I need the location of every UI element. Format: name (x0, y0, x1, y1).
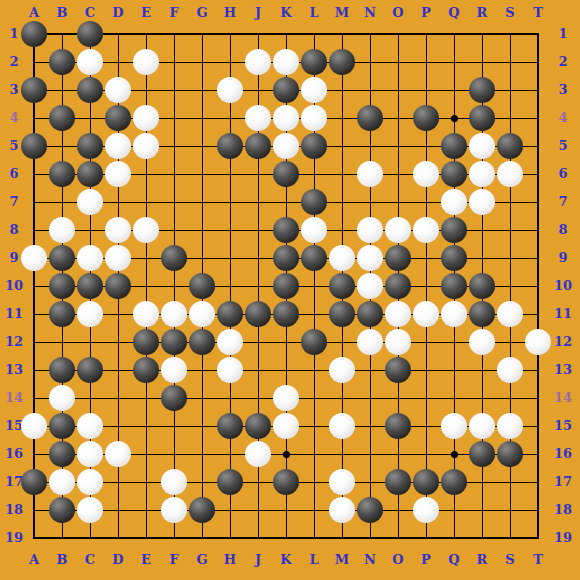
col-label-top-E: E (132, 4, 160, 22)
stone-white-N10 (357, 273, 383, 299)
stone-white-P18 (413, 497, 439, 523)
row-label-right-16: 16 (549, 445, 577, 463)
stone-black-K17 (273, 469, 299, 495)
col-label-top-G: G (188, 4, 216, 22)
stone-white-O8 (385, 217, 411, 243)
col-label-bottom-H: H (216, 551, 244, 569)
star-point-Q4 (451, 115, 458, 122)
stone-black-M2 (329, 49, 355, 75)
stone-black-B9 (49, 245, 75, 271)
stone-white-M13 (329, 357, 355, 383)
col-label-bottom-R: R (468, 551, 496, 569)
col-label-top-N: N (356, 4, 384, 22)
col-label-bottom-D: D (104, 551, 132, 569)
grid-hline (33, 537, 539, 539)
stone-white-S15 (497, 413, 523, 439)
row-label-right-12: 12 (549, 333, 577, 351)
stone-black-L12 (301, 329, 327, 355)
stone-black-Q9 (441, 245, 467, 271)
stone-white-S13 (497, 357, 523, 383)
stone-black-H17 (217, 469, 243, 495)
star-point-Q16 (451, 451, 458, 458)
stone-black-O9 (385, 245, 411, 271)
row-label-left-16: 16 (0, 445, 28, 463)
stone-white-F18 (161, 497, 187, 523)
grid-hline (33, 510, 539, 511)
stone-black-L9 (301, 245, 327, 271)
stone-white-F17 (161, 469, 187, 495)
row-label-right-17: 17 (549, 473, 577, 491)
col-label-top-B: B (48, 4, 76, 22)
stone-white-H12 (217, 329, 243, 355)
stone-white-B17 (49, 469, 75, 495)
stone-black-H11 (217, 301, 243, 327)
stone-black-J5 (245, 133, 271, 159)
stone-white-E8 (133, 217, 159, 243)
row-label-right-9: 9 (549, 249, 577, 267)
stone-white-A9 (21, 245, 47, 271)
stone-black-B16 (49, 441, 75, 467)
stone-white-O11 (385, 301, 411, 327)
stone-white-Q15 (441, 413, 467, 439)
stone-white-R6 (469, 161, 495, 187)
col-label-top-Q: Q (440, 4, 468, 22)
row-label-left-8: 8 (0, 221, 28, 239)
stone-black-C13 (77, 357, 103, 383)
col-label-top-A: A (20, 4, 48, 22)
stone-white-B14 (49, 385, 75, 411)
stone-white-D3 (105, 77, 131, 103)
stone-white-P11 (413, 301, 439, 327)
stone-black-F9 (161, 245, 187, 271)
stone-white-M18 (329, 497, 355, 523)
stone-white-E4 (133, 105, 159, 131)
row-label-left-13: 13 (0, 361, 28, 379)
stone-white-E2 (133, 49, 159, 75)
star-point-K16 (283, 451, 290, 458)
stone-white-M17 (329, 469, 355, 495)
stone-black-M11 (329, 301, 355, 327)
col-label-top-L: L (300, 4, 328, 22)
stone-black-C3 (77, 77, 103, 103)
stone-white-B8 (49, 217, 75, 243)
stone-white-H3 (217, 77, 243, 103)
row-label-left-10: 10 (0, 277, 28, 295)
col-label-bottom-S: S (496, 551, 524, 569)
stone-white-D6 (105, 161, 131, 187)
stone-white-K5 (273, 133, 299, 159)
stone-black-B2 (49, 49, 75, 75)
col-label-bottom-N: N (356, 551, 384, 569)
stone-black-B15 (49, 413, 75, 439)
col-label-bottom-Q: Q (440, 551, 468, 569)
stone-black-B11 (49, 301, 75, 327)
col-label-bottom-T: T (524, 551, 552, 569)
row-label-left-7: 7 (0, 193, 28, 211)
stone-black-Q6 (441, 161, 467, 187)
col-label-top-S: S (496, 4, 524, 22)
col-label-top-J: J (244, 4, 272, 22)
row-label-right-19: 19 (549, 529, 577, 547)
stone-black-N4 (357, 105, 383, 131)
row-label-right-6: 6 (549, 165, 577, 183)
stone-black-O10 (385, 273, 411, 299)
stone-white-G11 (189, 301, 215, 327)
stone-white-L3 (301, 77, 327, 103)
stone-black-P4 (413, 105, 439, 131)
row-label-right-10: 10 (549, 277, 577, 295)
stone-white-F11 (161, 301, 187, 327)
stone-black-L7 (301, 189, 327, 215)
stone-white-A15 (21, 413, 47, 439)
stone-white-C17 (77, 469, 103, 495)
row-label-right-8: 8 (549, 221, 577, 239)
stone-black-B4 (49, 105, 75, 131)
stone-black-O15 (385, 413, 411, 439)
stone-white-Q7 (441, 189, 467, 215)
row-label-right-2: 2 (549, 53, 577, 71)
stone-white-P8 (413, 217, 439, 243)
stone-black-K8 (273, 217, 299, 243)
stone-black-R10 (469, 273, 495, 299)
stone-black-R4 (469, 105, 495, 131)
stone-black-R16 (469, 441, 495, 467)
stone-black-K6 (273, 161, 299, 187)
stone-black-G12 (189, 329, 215, 355)
col-label-bottom-L: L (300, 551, 328, 569)
col-label-bottom-C: C (76, 551, 104, 569)
stone-white-O12 (385, 329, 411, 355)
stone-white-N8 (357, 217, 383, 243)
stone-white-L8 (301, 217, 327, 243)
stone-white-C9 (77, 245, 103, 271)
col-label-top-O: O (384, 4, 412, 22)
stone-black-B13 (49, 357, 75, 383)
row-label-right-5: 5 (549, 137, 577, 155)
stone-black-O13 (385, 357, 411, 383)
stone-black-L2 (301, 49, 327, 75)
stone-white-N12 (357, 329, 383, 355)
stone-white-R12 (469, 329, 495, 355)
stone-white-D16 (105, 441, 131, 467)
row-label-right-15: 15 (549, 417, 577, 435)
stone-black-A3 (21, 77, 47, 103)
stone-white-K2 (273, 49, 299, 75)
stone-black-E13 (133, 357, 159, 383)
stone-white-R5 (469, 133, 495, 159)
stone-black-B6 (49, 161, 75, 187)
stone-white-R7 (469, 189, 495, 215)
stone-black-A5 (21, 133, 47, 159)
stone-black-K10 (273, 273, 299, 299)
col-label-bottom-E: E (132, 551, 160, 569)
col-label-top-H: H (216, 4, 244, 22)
stone-black-S5 (497, 133, 523, 159)
stone-black-F12 (161, 329, 187, 355)
col-label-bottom-F: F (160, 551, 188, 569)
stone-white-R15 (469, 413, 495, 439)
stone-white-C2 (77, 49, 103, 75)
stone-white-N9 (357, 245, 383, 271)
row-label-right-11: 11 (549, 305, 577, 323)
stone-black-P17 (413, 469, 439, 495)
stone-black-H5 (217, 133, 243, 159)
stone-black-Q8 (441, 217, 467, 243)
stone-white-Q11 (441, 301, 467, 327)
stone-white-C15 (77, 413, 103, 439)
stone-white-L4 (301, 105, 327, 131)
stone-black-Q5 (441, 133, 467, 159)
stone-white-K15 (273, 413, 299, 439)
stone-black-G10 (189, 273, 215, 299)
row-label-left-11: 11 (0, 305, 28, 323)
row-label-left-4: 4 (0, 109, 28, 127)
stone-black-G18 (189, 497, 215, 523)
go-board[interactable]: AABBCCDDEEFFGGHHJJKKLLMMNNOOPPQQRRSSTT11… (0, 0, 580, 580)
stone-white-D5 (105, 133, 131, 159)
stone-black-L5 (301, 133, 327, 159)
col-label-bottom-A: A (20, 551, 48, 569)
col-label-top-T: T (524, 4, 552, 22)
stone-black-E12 (133, 329, 159, 355)
row-label-left-19: 19 (0, 529, 28, 547)
row-label-right-14: 14 (549, 389, 577, 407)
stone-black-A1 (21, 21, 47, 47)
col-label-bottom-O: O (384, 551, 412, 569)
col-label-top-R: R (468, 4, 496, 22)
stone-black-J15 (245, 413, 271, 439)
stone-black-R11 (469, 301, 495, 327)
stone-black-D4 (105, 105, 131, 131)
stone-black-B18 (49, 497, 75, 523)
col-label-bottom-P: P (412, 551, 440, 569)
col-label-top-D: D (104, 4, 132, 22)
stone-black-B10 (49, 273, 75, 299)
row-label-right-18: 18 (549, 501, 577, 519)
stone-black-A17 (21, 469, 47, 495)
stone-black-N18 (357, 497, 383, 523)
stone-black-C6 (77, 161, 103, 187)
stone-black-K11 (273, 301, 299, 327)
stone-white-S6 (497, 161, 523, 187)
col-label-bottom-B: B (48, 551, 76, 569)
stone-white-K4 (273, 105, 299, 131)
row-label-left-12: 12 (0, 333, 28, 351)
stone-black-O17 (385, 469, 411, 495)
stone-white-J2 (245, 49, 271, 75)
stone-white-P6 (413, 161, 439, 187)
stone-white-J16 (245, 441, 271, 467)
stone-black-K9 (273, 245, 299, 271)
row-label-right-7: 7 (549, 193, 577, 211)
stone-black-R3 (469, 77, 495, 103)
stone-white-N6 (357, 161, 383, 187)
col-label-top-P: P (412, 4, 440, 22)
row-label-right-4: 4 (549, 109, 577, 127)
stone-white-T12 (525, 329, 551, 355)
stone-black-C5 (77, 133, 103, 159)
stone-black-F14 (161, 385, 187, 411)
stone-white-S11 (497, 301, 523, 327)
stone-white-D8 (105, 217, 131, 243)
stone-black-N11 (357, 301, 383, 327)
stone-white-H13 (217, 357, 243, 383)
grid-hline (33, 370, 539, 371)
stone-white-M9 (329, 245, 355, 271)
row-label-left-14: 14 (0, 389, 28, 407)
stone-black-S16 (497, 441, 523, 467)
col-label-bottom-K: K (272, 551, 300, 569)
row-label-left-6: 6 (0, 165, 28, 183)
stone-white-C18 (77, 497, 103, 523)
stone-black-Q17 (441, 469, 467, 495)
col-label-top-C: C (76, 4, 104, 22)
stone-white-E11 (133, 301, 159, 327)
col-label-top-F: F (160, 4, 188, 22)
stone-black-H15 (217, 413, 243, 439)
row-label-right-3: 3 (549, 81, 577, 99)
stone-white-C16 (77, 441, 103, 467)
col-label-top-M: M (328, 4, 356, 22)
stone-white-M15 (329, 413, 355, 439)
stone-black-Q10 (441, 273, 467, 299)
row-label-right-13: 13 (549, 361, 577, 379)
stone-white-C11 (77, 301, 103, 327)
stone-white-J4 (245, 105, 271, 131)
col-label-top-K: K (272, 4, 300, 22)
col-label-bottom-M: M (328, 551, 356, 569)
stone-black-J11 (245, 301, 271, 327)
stone-black-D10 (105, 273, 131, 299)
stone-white-K14 (273, 385, 299, 411)
stone-white-F13 (161, 357, 187, 383)
stone-black-M10 (329, 273, 355, 299)
stone-black-C1 (77, 21, 103, 47)
stone-black-K3 (273, 77, 299, 103)
stone-white-C7 (77, 189, 103, 215)
row-label-left-18: 18 (0, 501, 28, 519)
row-label-right-1: 1 (549, 25, 577, 43)
grid-vline (537, 33, 539, 539)
col-label-bottom-J: J (244, 551, 272, 569)
stone-black-C10 (77, 273, 103, 299)
row-label-left-2: 2 (0, 53, 28, 71)
col-label-bottom-G: G (188, 551, 216, 569)
stone-white-D9 (105, 245, 131, 271)
grid-hline (33, 342, 539, 343)
stone-white-E5 (133, 133, 159, 159)
